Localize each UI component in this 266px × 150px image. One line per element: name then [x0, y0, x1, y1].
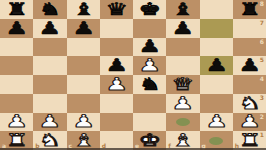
- rank-label-7: 7: [260, 20, 264, 26]
- white-pawn-icon[interactable]: ♟: [171, 94, 194, 111]
- square-c3[interactable]: [67, 94, 100, 113]
- black-knight-icon[interactable]: ♞: [38, 1, 61, 18]
- black-pawn-icon[interactable]: ♟: [171, 19, 194, 36]
- move-hint-dot[interactable]: [209, 137, 223, 145]
- square-h6[interactable]: 6: [233, 38, 266, 57]
- square-g4[interactable]: [200, 75, 233, 94]
- white-king-icon[interactable]: ♚: [138, 132, 161, 149]
- square-c4[interactable]: [67, 75, 100, 94]
- square-h4[interactable]: 4: [233, 75, 266, 94]
- square-e7[interactable]: [133, 19, 166, 38]
- white-pawn-icon[interactable]: ♟: [205, 113, 228, 130]
- move-hint-dot[interactable]: [176, 118, 190, 126]
- white-pawn-icon[interactable]: ♟: [5, 113, 28, 130]
- square-b1[interactable]: ♞b: [33, 131, 66, 150]
- black-queen-icon[interactable]: ♛: [105, 1, 128, 18]
- white-pawn-icon[interactable]: ♟: [105, 76, 128, 93]
- square-b6[interactable]: [33, 38, 66, 57]
- square-e1[interactable]: ♚e: [133, 131, 166, 150]
- square-f3[interactable]: ♟: [166, 94, 199, 113]
- square-b5[interactable]: [33, 56, 66, 75]
- rank-label-3: 3: [260, 95, 264, 101]
- square-f8[interactable]: ♝: [166, 0, 199, 19]
- square-d1[interactable]: d: [100, 131, 133, 150]
- white-bishop-icon[interactable]: ♝: [72, 132, 95, 149]
- black-pawn-icon[interactable]: ♟: [138, 38, 161, 55]
- white-pawn-icon[interactable]: ♟: [72, 113, 95, 130]
- file-label-e: e: [135, 143, 139, 149]
- square-c7[interactable]: ♟: [67, 19, 100, 38]
- square-a8[interactable]: ♜: [0, 0, 33, 19]
- rank-label-4: 4: [260, 76, 264, 82]
- square-f7[interactable]: ♟: [166, 19, 199, 38]
- square-g3[interactable]: [200, 94, 233, 113]
- black-bishop-icon[interactable]: ♝: [72, 1, 95, 18]
- square-f1[interactable]: ♝f: [166, 131, 199, 150]
- rank-label-8: 8: [260, 1, 264, 7]
- square-a2[interactable]: ♟: [0, 113, 33, 132]
- board-grid: ♜♞♝♛♚♝♜8♟♟♟♟7♟6♟♟♟♟5♟♞♛4♟♞3♟♟♟♟♟2♜a♞b♝cd…: [0, 0, 266, 150]
- white-pawn-icon[interactable]: ♟: [138, 57, 161, 74]
- black-bishop-icon[interactable]: ♝: [171, 1, 194, 18]
- square-h3[interactable]: ♞3: [233, 94, 266, 113]
- square-d5[interactable]: ♟: [100, 56, 133, 75]
- rank-label-1: 1: [260, 132, 264, 138]
- black-knight-icon[interactable]: ♞: [138, 76, 161, 93]
- square-e5[interactable]: ♟: [133, 56, 166, 75]
- square-d8[interactable]: ♛: [100, 0, 133, 19]
- square-h1[interactable]: ♜1h: [233, 131, 266, 150]
- square-h7[interactable]: 7: [233, 19, 266, 38]
- square-e6[interactable]: ♟: [133, 38, 166, 57]
- square-g2[interactable]: ♟: [200, 113, 233, 132]
- black-pawn-icon[interactable]: ♟: [205, 57, 228, 74]
- rank-label-2: 2: [260, 114, 264, 120]
- square-h5[interactable]: ♟5: [233, 56, 266, 75]
- square-b8[interactable]: ♞: [33, 0, 66, 19]
- square-b7[interactable]: ♟: [33, 19, 66, 38]
- square-c6[interactable]: [67, 38, 100, 57]
- square-e2[interactable]: [133, 113, 166, 132]
- white-bishop-icon[interactable]: ♝: [171, 132, 194, 149]
- rank-label-5: 5: [260, 57, 264, 63]
- square-d3[interactable]: [100, 94, 133, 113]
- square-a3[interactable]: [0, 94, 33, 113]
- square-f4[interactable]: ♛: [166, 75, 199, 94]
- black-pawn-icon[interactable]: ♟: [5, 19, 28, 36]
- white-knight-icon[interactable]: ♞: [38, 132, 61, 149]
- square-c1[interactable]: ♝c: [67, 131, 100, 150]
- rank-label-6: 6: [260, 39, 264, 45]
- square-a6[interactable]: [0, 38, 33, 57]
- square-c8[interactable]: ♝: [67, 0, 100, 19]
- file-label-a: a: [2, 143, 6, 149]
- square-a7[interactable]: ♟: [0, 19, 33, 38]
- file-label-g: g: [202, 143, 206, 149]
- square-f6[interactable]: [166, 38, 199, 57]
- square-g5[interactable]: ♟: [200, 56, 233, 75]
- square-f2[interactable]: [166, 113, 199, 132]
- square-d2[interactable]: [100, 113, 133, 132]
- square-h2[interactable]: ♟2: [233, 113, 266, 132]
- square-d7[interactable]: [100, 19, 133, 38]
- square-a4[interactable]: [0, 75, 33, 94]
- square-b4[interactable]: [33, 75, 66, 94]
- square-a5[interactable]: [0, 56, 33, 75]
- square-g8[interactable]: [200, 0, 233, 19]
- square-b2[interactable]: ♟: [33, 113, 66, 132]
- file-label-d: d: [102, 143, 106, 149]
- white-rook-icon[interactable]: ♜: [5, 132, 28, 149]
- square-h8[interactable]: ♜8: [233, 0, 266, 19]
- square-d4[interactable]: ♟: [100, 75, 133, 94]
- black-pawn-icon[interactable]: ♟: [72, 19, 95, 36]
- square-c2[interactable]: ♟: [67, 113, 100, 132]
- black-pawn-icon[interactable]: ♟: [38, 19, 61, 36]
- chess-board: ♜♞♝♛♚♝♜8♟♟♟♟7♟6♟♟♟♟5♟♞♛4♟♞3♟♟♟♟♟2♜a♞b♝cd…: [0, 0, 266, 150]
- file-label-h: h: [235, 143, 239, 149]
- black-pawn-icon[interactable]: ♟: [238, 57, 261, 74]
- file-label-c: c: [69, 143, 73, 149]
- file-label-b: b: [35, 143, 39, 149]
- black-rook-icon[interactable]: ♜: [238, 1, 261, 18]
- square-g1[interactable]: g: [200, 131, 233, 150]
- white-pawn-icon[interactable]: ♟: [38, 113, 61, 130]
- square-e8[interactable]: ♚: [133, 0, 166, 19]
- file-label-f: f: [168, 143, 171, 149]
- white-rook-icon[interactable]: ♜: [238, 132, 261, 149]
- square-e4[interactable]: ♞: [133, 75, 166, 94]
- square-e3[interactable]: [133, 94, 166, 113]
- white-pawn-icon[interactable]: ♟: [238, 113, 261, 130]
- square-f5[interactable]: [166, 56, 199, 75]
- white-queen-icon[interactable]: ♛: [171, 76, 194, 93]
- black-rook-icon[interactable]: ♜: [5, 1, 28, 18]
- white-knight-icon[interactable]: ♞: [238, 94, 261, 111]
- square-b3[interactable]: [33, 94, 66, 113]
- black-king-icon[interactable]: ♚: [138, 1, 161, 18]
- square-g6[interactable]: [200, 38, 233, 57]
- square-g7[interactable]: [200, 19, 233, 38]
- black-pawn-icon[interactable]: ♟: [105, 57, 128, 74]
- square-d6[interactable]: [100, 38, 133, 57]
- square-c5[interactable]: [67, 56, 100, 75]
- square-a1[interactable]: ♜a: [0, 131, 33, 150]
